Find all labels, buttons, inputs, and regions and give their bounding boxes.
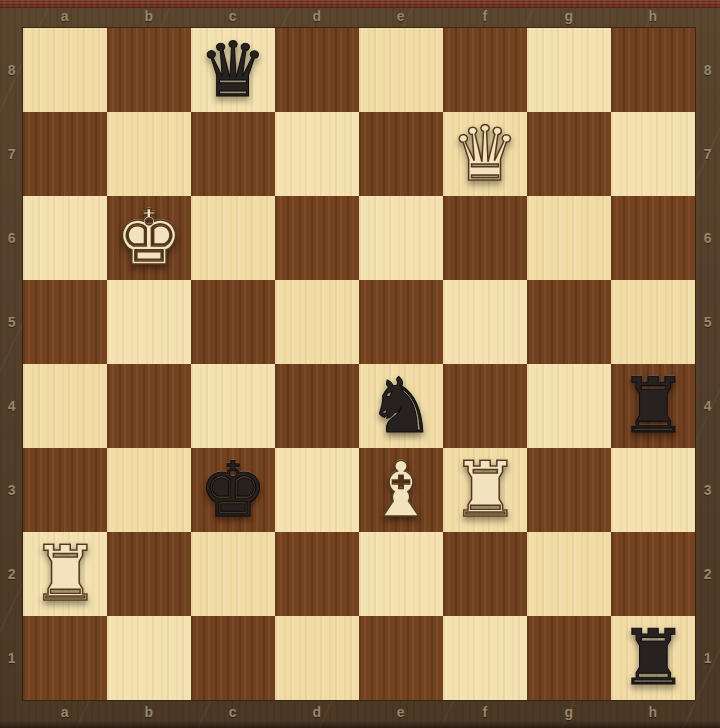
- square-b5[interactable]: [107, 280, 191, 364]
- square-d2[interactable]: [275, 532, 359, 616]
- rank-label-right-1: 1: [704, 650, 712, 666]
- file-label-top-f: f: [482, 8, 487, 24]
- file-label-top-c: c: [229, 8, 237, 24]
- white-rook[interactable]: ♜: [443, 448, 527, 532]
- file-label-top-d: d: [312, 8, 321, 24]
- rank-label-right-3: 3: [704, 482, 712, 498]
- frame-bottom-edge: [0, 720, 720, 728]
- square-e3[interactable]: ♝: [359, 448, 443, 532]
- square-h2[interactable]: [611, 532, 695, 616]
- file-label-top-e: e: [397, 8, 405, 24]
- file-label-bottom-a: a: [61, 704, 69, 720]
- black-rook[interactable]: ♜: [611, 616, 695, 700]
- rank-label-right-2: 2: [704, 566, 712, 582]
- square-f2[interactable]: [443, 532, 527, 616]
- rank-label-right-5: 5: [704, 314, 712, 330]
- square-f4[interactable]: [443, 364, 527, 448]
- white-queen[interactable]: ♛: [443, 112, 527, 196]
- square-g8[interactable]: [527, 28, 611, 112]
- file-label-top-h: h: [648, 8, 657, 24]
- square-g1[interactable]: [527, 616, 611, 700]
- square-d7[interactable]: [275, 112, 359, 196]
- square-e4[interactable]: ♞: [359, 364, 443, 448]
- square-h7[interactable]: [611, 112, 695, 196]
- square-e6[interactable]: [359, 196, 443, 280]
- rank-label-left-3: 3: [8, 482, 16, 498]
- file-label-bottom-c: c: [229, 704, 237, 720]
- rank-label-left-7: 7: [8, 146, 16, 162]
- file-label-bottom-d: d: [312, 704, 321, 720]
- square-a4[interactable]: [23, 364, 107, 448]
- square-f7[interactable]: ♛: [443, 112, 527, 196]
- square-h3[interactable]: [611, 448, 695, 532]
- rank-label-right-8: 8: [704, 62, 712, 78]
- black-rook[interactable]: ♜: [611, 364, 695, 448]
- square-g7[interactable]: [527, 112, 611, 196]
- square-c7[interactable]: [191, 112, 275, 196]
- square-a7[interactable]: [23, 112, 107, 196]
- file-label-top-g: g: [564, 8, 573, 24]
- rank-label-right-6: 6: [704, 230, 712, 246]
- square-h1[interactable]: ♜: [611, 616, 695, 700]
- square-d6[interactable]: [275, 196, 359, 280]
- square-c8[interactable]: ♛: [191, 28, 275, 112]
- square-h4[interactable]: ♜: [611, 364, 695, 448]
- file-label-top-b: b: [144, 8, 153, 24]
- rank-label-right-7: 7: [704, 146, 712, 162]
- square-f8[interactable]: [443, 28, 527, 112]
- square-b2[interactable]: [107, 532, 191, 616]
- file-label-bottom-g: g: [564, 704, 573, 720]
- white-rook[interactable]: ♜: [23, 532, 107, 616]
- square-g3[interactable]: [527, 448, 611, 532]
- rank-label-left-4: 4: [8, 398, 16, 414]
- square-f1[interactable]: [443, 616, 527, 700]
- square-b8[interactable]: [107, 28, 191, 112]
- square-e2[interactable]: [359, 532, 443, 616]
- file-label-bottom-e: e: [397, 704, 405, 720]
- square-g5[interactable]: [527, 280, 611, 364]
- rank-label-left-6: 6: [8, 230, 16, 246]
- table-felt-edge: [0, 0, 720, 8]
- square-e5[interactable]: [359, 280, 443, 364]
- black-knight[interactable]: ♞: [359, 364, 443, 448]
- square-c2[interactable]: [191, 532, 275, 616]
- square-g2[interactable]: [527, 532, 611, 616]
- black-queen[interactable]: ♛: [191, 28, 275, 112]
- square-d4[interactable]: [275, 364, 359, 448]
- rank-label-right-4: 4: [704, 398, 712, 414]
- rank-label-left-5: 5: [8, 314, 16, 330]
- square-c6[interactable]: [191, 196, 275, 280]
- rank-label-left-1: 1: [8, 650, 16, 666]
- square-a3[interactable]: [23, 448, 107, 532]
- square-f3[interactable]: ♜: [443, 448, 527, 532]
- square-c5[interactable]: [191, 280, 275, 364]
- square-e8[interactable]: [359, 28, 443, 112]
- square-a2[interactable]: ♜: [23, 532, 107, 616]
- file-label-bottom-h: h: [648, 704, 657, 720]
- square-f6[interactable]: [443, 196, 527, 280]
- square-b6[interactable]: ♚: [107, 196, 191, 280]
- square-a5[interactable]: [23, 280, 107, 364]
- black-king[interactable]: ♚: [191, 448, 275, 532]
- chess-board[interactable]: ♛♛♚♞♜♚♝♜♜♜: [23, 28, 695, 700]
- square-a8[interactable]: [23, 28, 107, 112]
- rank-label-left-8: 8: [8, 62, 16, 78]
- square-g4[interactable]: [527, 364, 611, 448]
- square-b4[interactable]: [107, 364, 191, 448]
- file-label-bottom-b: b: [144, 704, 153, 720]
- square-c3[interactable]: ♚: [191, 448, 275, 532]
- square-g6[interactable]: [527, 196, 611, 280]
- file-label-top-a: a: [61, 8, 69, 24]
- chess-app-window: ♛♛♚♞♜♚♝♜♜♜ aabbccddeeffgghh8877665544332…: [0, 0, 720, 728]
- square-d5[interactable]: [275, 280, 359, 364]
- square-a1[interactable]: [23, 616, 107, 700]
- white-bishop[interactable]: ♝: [359, 448, 443, 532]
- square-e1[interactable]: [359, 616, 443, 700]
- square-h5[interactable]: [611, 280, 695, 364]
- file-label-bottom-f: f: [482, 704, 487, 720]
- square-a6[interactable]: [23, 196, 107, 280]
- square-c4[interactable]: [191, 364, 275, 448]
- square-b1[interactable]: [107, 616, 191, 700]
- square-d3[interactable]: [275, 448, 359, 532]
- rank-label-left-2: 2: [8, 566, 16, 582]
- square-h6[interactable]: [611, 196, 695, 280]
- square-b3[interactable]: [107, 448, 191, 532]
- square-c1[interactable]: [191, 616, 275, 700]
- square-h8[interactable]: [611, 28, 695, 112]
- square-d1[interactable]: [275, 616, 359, 700]
- square-b7[interactable]: [107, 112, 191, 196]
- white-king[interactable]: ♚: [107, 196, 191, 280]
- square-f5[interactable]: [443, 280, 527, 364]
- square-e7[interactable]: [359, 112, 443, 196]
- square-d8[interactable]: [275, 28, 359, 112]
